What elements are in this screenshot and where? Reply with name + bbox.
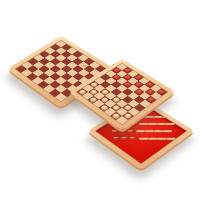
stored-wooden-piece-bar [136,130,145,132]
stored-wooden-piece-bar [139,123,148,125]
light-pawn-piece: ♟ [42,56,47,62]
stored-wooden-piece-small [130,137,136,139]
stored-wooden-piece-bar [145,130,154,132]
stored-wooden-piece-small [112,130,118,132]
light-pawn-piece: ♟ [36,60,41,66]
red-pawn-piece: ♟ [69,53,74,59]
stored-wooden-piece-bar [166,123,175,125]
stored-wooden-piece-bar [157,138,166,140]
stored-wooden-piece-small [114,137,120,139]
stored-wooden-piece-bar [148,138,157,140]
stored-wooden-piece-bar [145,116,154,118]
red-pawn-piece: ♟ [58,46,63,52]
stored-wooden-piece-bar [166,138,175,140]
stored-wooden-piece-bar [163,130,172,132]
red-pawn-piece: ♟ [87,64,92,70]
stored-wooden-piece-bar [148,123,157,125]
light-pawn-piece: ♟ [30,64,35,70]
product-photo-scene: ♜♞♝♛♚♝♞♜♟♟♟♟♟♟♟♜♞♝♛♚♝♞♟♟♟♟♟♟ [0,0,200,200]
stored-wooden-piece-bar [162,116,171,118]
stored-wooden-piece-small [122,137,128,139]
red-rook-piece: ♜ [98,63,104,70]
stored-wooden-piece-bar [139,138,148,140]
stored-wooden-piece-bar [157,123,166,125]
stored-wooden-piece-bar [154,116,163,118]
red-pawn-piece: ♟ [75,56,80,62]
light-pawn-piece: ♟ [24,67,29,73]
red-pawn-piece: ♟ [81,60,86,66]
stored-wooden-piece-small [128,130,134,132]
stored-wooden-piece-bar [154,130,163,132]
light-pawn-piece: ♟ [47,53,52,59]
red-pawn-piece: ♟ [64,49,69,55]
light-pawn-piece: ♟ [53,49,58,55]
board-square [145,96,157,104]
